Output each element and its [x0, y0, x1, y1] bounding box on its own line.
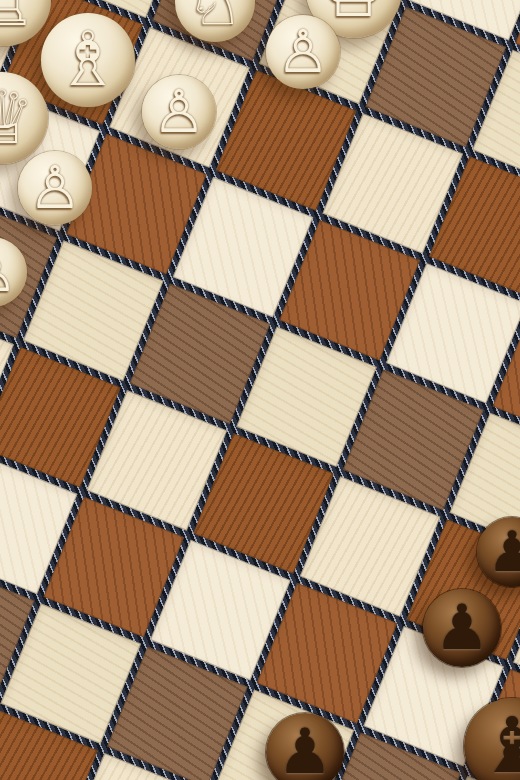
black-bishop-h2[interactable]: ♝ [464, 698, 520, 780]
white-pawn-glyph: ♙ [18, 151, 92, 225]
black-pawn-f1[interactable]: ♟ [266, 713, 344, 780]
piece-layer: ♖♘♔♗♙♙♕♙♙♟♟♟♝ [0, 0, 520, 780]
board-photo: ♖♘♔♗♙♙♕♙♙♟♟♟♝ [0, 0, 520, 780]
white-pawn-d7[interactable]: ♙ [266, 15, 340, 89]
white-knight-glyph: ♘ [175, 0, 255, 42]
white-knight-c7[interactable]: ♘ [175, 0, 255, 42]
white-pawn-c6[interactable]: ♙ [142, 75, 216, 149]
white-pawn-glyph: ♙ [142, 75, 216, 149]
white-pawn-b4[interactable]: ♙ [0, 237, 27, 307]
black-bishop-glyph: ♝ [464, 698, 520, 780]
white-bishop-b6[interactable]: ♗ [41, 13, 135, 107]
white-pawn-glyph: ♙ [266, 15, 340, 89]
black-pawn-glyph: ♟ [423, 589, 501, 667]
black-pawn-g4[interactable]: ♟ [477, 517, 520, 587]
white-bishop-glyph: ♗ [41, 13, 135, 107]
black-pawn-g3[interactable]: ♟ [423, 589, 501, 667]
black-pawn-glyph: ♟ [477, 517, 520, 587]
black-pawn-glyph: ♟ [266, 713, 344, 780]
white-pawn-b5[interactable]: ♙ [18, 151, 92, 225]
white-pawn-glyph: ♙ [0, 237, 27, 307]
